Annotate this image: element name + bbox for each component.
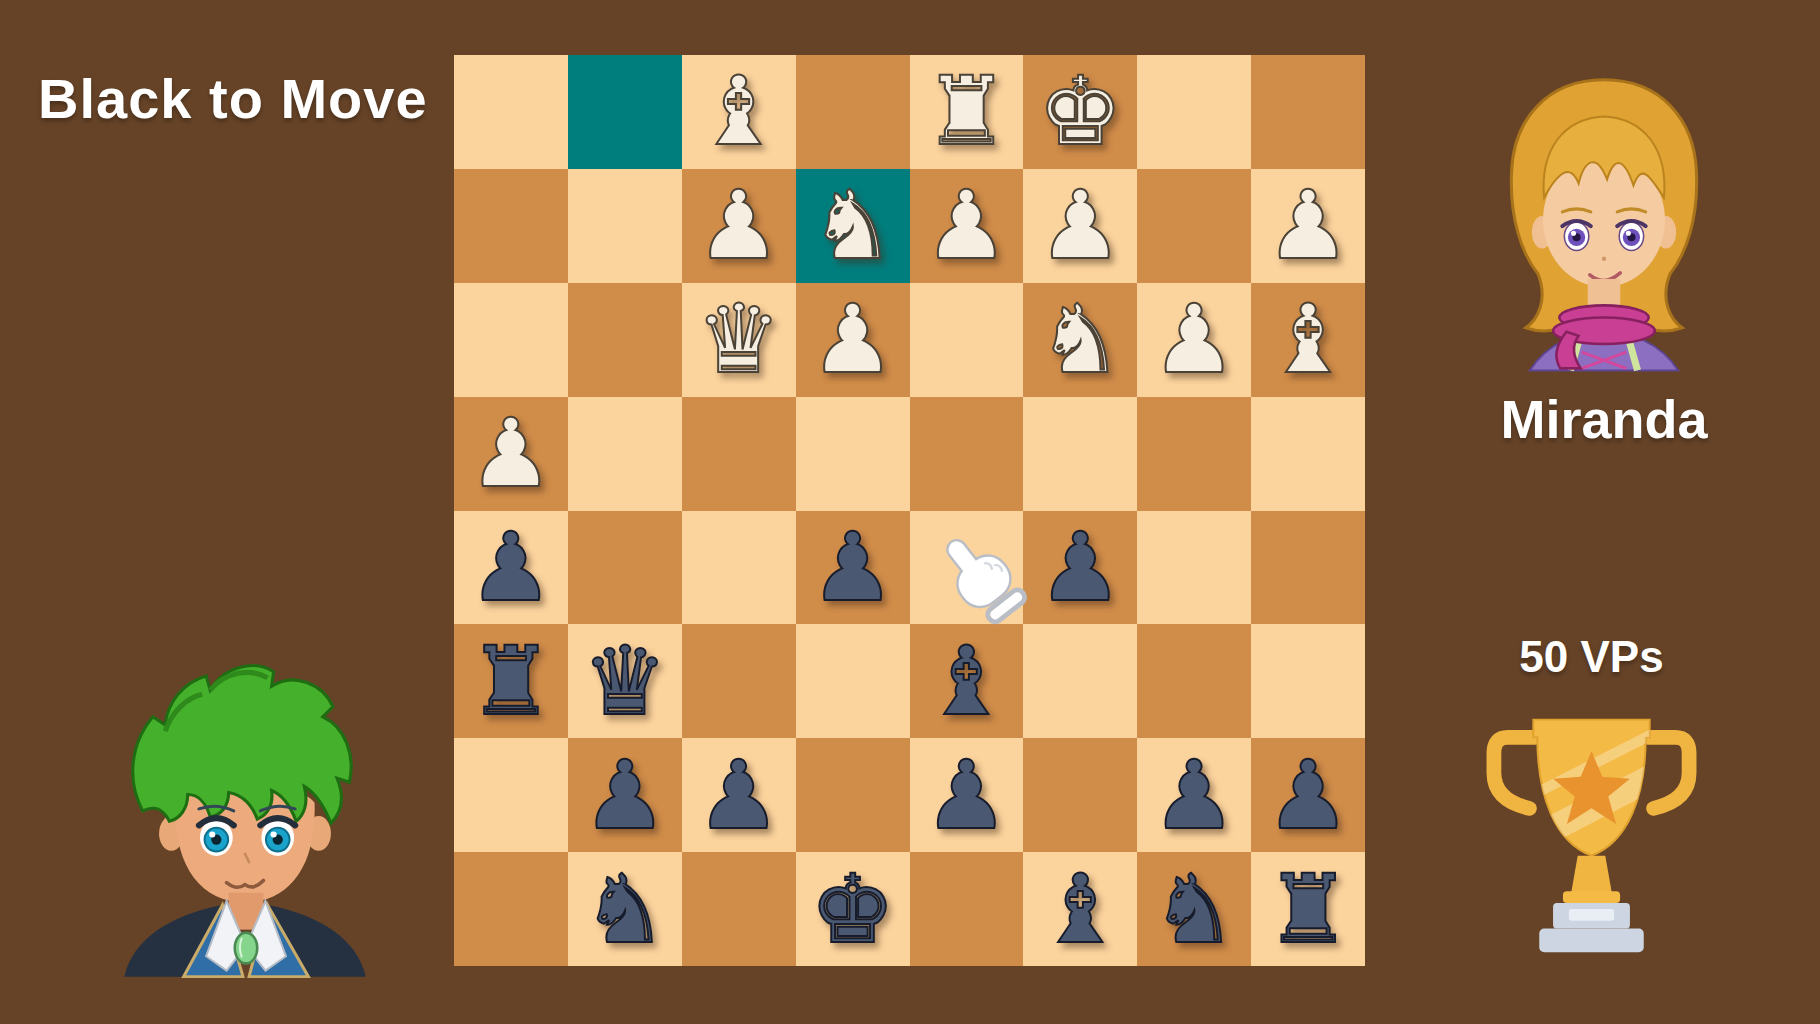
white-pawn-piece: ♟: [810, 292, 895, 387]
square-c5[interactable]: ♟: [1023, 511, 1137, 625]
square-c6[interactable]: [1023, 624, 1137, 738]
square-g5[interactable]: [568, 511, 682, 625]
square-a4[interactable]: [1251, 397, 1365, 511]
square-h8[interactable]: [454, 852, 568, 966]
black-pawn-piece: ♟: [1038, 520, 1123, 615]
square-h5[interactable]: ♟: [454, 511, 568, 625]
black-bishop-piece: ♝: [924, 634, 1009, 729]
black-bishop-piece: ♝: [1038, 862, 1123, 957]
player-avatar-green-haired-boy: [112, 648, 378, 978]
square-d1[interactable]: ♜: [910, 55, 1024, 169]
black-king-piece: ♚: [810, 862, 895, 957]
square-d3[interactable]: [910, 283, 1024, 397]
square-f4[interactable]: [682, 397, 796, 511]
reward-label: 50 VPs: [1468, 632, 1715, 682]
white-rook-piece: ♜: [924, 64, 1009, 159]
black-rook-piece: ♜: [468, 634, 553, 729]
black-pawn-piece: ♟: [468, 520, 553, 615]
black-queen-piece: ♛: [582, 634, 667, 729]
white-king-piece: ♚: [1038, 64, 1123, 159]
square-f3[interactable]: ♛: [682, 283, 796, 397]
black-rook-piece: ♜: [1265, 862, 1350, 957]
square-e3[interactable]: ♟: [796, 283, 910, 397]
square-f2[interactable]: ♟: [682, 169, 796, 283]
square-a1[interactable]: [1251, 55, 1365, 169]
chess-board[interactable]: ♝♜♚♟♞♟♟♟♛♟♞♟♝♟♟♟♟♜♛♝♟♟♟♟♟♞♚♝♞♜: [454, 55, 1365, 966]
square-b1[interactable]: [1137, 55, 1251, 169]
black-pawn-piece: ♟: [810, 520, 895, 615]
trophy-base-bottom: [1539, 929, 1643, 953]
opponent-avatar-miranda: [1477, 64, 1731, 372]
nose: [1602, 256, 1606, 260]
square-d6[interactable]: ♝: [910, 624, 1024, 738]
square-b4[interactable]: [1137, 397, 1251, 511]
black-knight-piece: ♞: [1152, 862, 1237, 957]
square-d7[interactable]: ♟: [910, 738, 1024, 852]
square-f5[interactable]: [682, 511, 796, 625]
square-h6[interactable]: ♜: [454, 624, 568, 738]
white-bishop-piece: ♝: [696, 64, 781, 159]
trophy-stem: [1571, 856, 1612, 895]
white-bishop-piece: ♝: [1265, 292, 1350, 387]
white-pawn-piece: ♟: [468, 406, 553, 501]
square-g1[interactable]: [568, 55, 682, 169]
white-pawn-piece: ♟: [1152, 292, 1237, 387]
square-b3[interactable]: ♟: [1137, 283, 1251, 397]
square-g2[interactable]: [568, 169, 682, 283]
square-c8[interactable]: ♝: [1023, 852, 1137, 966]
trophy-handle-right: [1648, 737, 1689, 808]
black-knight-piece: ♞: [582, 862, 667, 957]
square-c2[interactable]: ♟: [1023, 169, 1137, 283]
square-f8[interactable]: [682, 852, 796, 966]
square-g6[interactable]: ♛: [568, 624, 682, 738]
square-g3[interactable]: [568, 283, 682, 397]
square-e7[interactable]: [796, 738, 910, 852]
square-b2[interactable]: [1137, 169, 1251, 283]
white-knight-piece: ♞: [810, 178, 895, 273]
trophy-base-highlight: [1569, 909, 1614, 921]
square-b8[interactable]: ♞: [1137, 852, 1251, 966]
square-c7[interactable]: [1023, 738, 1137, 852]
trophy-icon: [1478, 694, 1705, 970]
square-c4[interactable]: [1023, 397, 1137, 511]
square-h3[interactable]: [454, 283, 568, 397]
square-d8[interactable]: [910, 852, 1024, 966]
white-queen-piece: ♛: [696, 292, 781, 387]
square-e2[interactable]: ♞: [796, 169, 910, 283]
black-pawn-piece: ♟: [1152, 748, 1237, 843]
square-g7[interactable]: ♟: [568, 738, 682, 852]
white-pawn-piece: ♟: [924, 178, 1009, 273]
square-b7[interactable]: ♟: [1137, 738, 1251, 852]
square-d5[interactable]: [910, 511, 1024, 625]
square-b5[interactable]: [1137, 511, 1251, 625]
square-h1[interactable]: [454, 55, 568, 169]
black-pawn-piece: ♟: [1265, 748, 1350, 843]
square-e6[interactable]: [796, 624, 910, 738]
opponent-name: Miranda: [1477, 388, 1731, 450]
trophy-handle-left: [1494, 737, 1535, 808]
square-a3[interactable]: ♝: [1251, 283, 1365, 397]
trophy-stem-cuff: [1563, 891, 1620, 903]
square-f6[interactable]: [682, 624, 796, 738]
gem-pendant: [235, 933, 258, 964]
square-g8[interactable]: ♞: [568, 852, 682, 966]
square-e1[interactable]: [796, 55, 910, 169]
square-d4[interactable]: [910, 397, 1024, 511]
square-d2[interactable]: ♟: [910, 169, 1024, 283]
square-g4[interactable]: [568, 397, 682, 511]
black-pawn-piece: ♟: [582, 748, 667, 843]
square-a8[interactable]: ♜: [1251, 852, 1365, 966]
square-e8[interactable]: ♚: [796, 852, 910, 966]
square-a6[interactable]: [1251, 624, 1365, 738]
square-b6[interactable]: [1137, 624, 1251, 738]
square-h4[interactable]: ♟: [454, 397, 568, 511]
square-c1[interactable]: ♚: [1023, 55, 1137, 169]
square-h2[interactable]: [454, 169, 568, 283]
square-f1[interactable]: ♝: [682, 55, 796, 169]
square-a2[interactable]: ♟: [1251, 169, 1365, 283]
square-f7[interactable]: ♟: [682, 738, 796, 852]
status-banner: Black to Move: [38, 66, 428, 131]
black-pawn-piece: ♟: [696, 748, 781, 843]
square-c3[interactable]: ♞: [1023, 283, 1137, 397]
white-pawn-piece: ♟: [1038, 178, 1123, 273]
white-pawn-piece: ♟: [696, 178, 781, 273]
square-h7[interactable]: [454, 738, 568, 852]
black-pawn-piece: ♟: [924, 748, 1009, 843]
square-a5[interactable]: [1251, 511, 1365, 625]
square-e4[interactable]: [796, 397, 910, 511]
square-e5[interactable]: ♟: [796, 511, 910, 625]
white-knight-piece: ♞: [1038, 292, 1123, 387]
white-pawn-piece: ♟: [1265, 178, 1350, 273]
square-a7[interactable]: ♟: [1251, 738, 1365, 852]
hair-spiky: [133, 666, 351, 824]
